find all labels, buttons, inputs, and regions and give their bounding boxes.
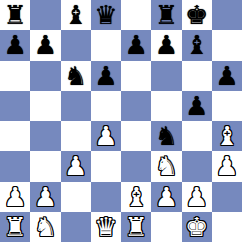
square-d4[interactable]: ♟ <box>91 121 121 151</box>
piece-black-king[interactable]: ♚ <box>185 2 208 28</box>
square-d3[interactable] <box>91 151 121 181</box>
square-h4[interactable]: ♝ <box>212 121 242 151</box>
square-f8[interactable]: ♜ <box>151 0 181 30</box>
square-c6[interactable]: ♞ <box>61 61 91 91</box>
square-b2[interactable]: ♟ <box>30 182 60 212</box>
square-g5[interactable]: ♟ <box>182 91 212 121</box>
square-g2[interactable]: ♟ <box>182 182 212 212</box>
square-e6[interactable] <box>121 61 151 91</box>
square-h7[interactable] <box>212 30 242 60</box>
piece-black-pawn[interactable]: ♟ <box>3 32 26 58</box>
piece-white-pawn[interactable]: ♟ <box>64 153 87 179</box>
piece-black-pawn[interactable]: ♟ <box>185 93 208 119</box>
square-c1[interactable] <box>61 212 91 242</box>
piece-black-pawn[interactable]: ♟ <box>94 63 117 89</box>
square-f3[interactable]: ♞ <box>151 151 181 181</box>
piece-black-rook[interactable]: ♜ <box>155 2 178 28</box>
piece-white-bishop[interactable]: ♝ <box>124 184 147 210</box>
square-f6[interactable] <box>151 61 181 91</box>
piece-white-queen[interactable]: ♛ <box>94 214 117 240</box>
square-a2[interactable]: ♟ <box>0 182 30 212</box>
square-a5[interactable] <box>0 91 30 121</box>
square-g7[interactable]: ♝ <box>182 30 212 60</box>
square-h5[interactable] <box>212 91 242 121</box>
piece-black-pawn[interactable]: ♟ <box>124 32 147 58</box>
square-e1[interactable]: ♜ <box>121 212 151 242</box>
square-a3[interactable] <box>0 151 30 181</box>
piece-white-king[interactable]: ♚ <box>185 214 208 240</box>
square-b1[interactable]: ♞ <box>30 212 60 242</box>
square-d7[interactable] <box>91 30 121 60</box>
piece-black-pawn[interactable]: ♟ <box>34 32 57 58</box>
square-f2[interactable]: ♟ <box>151 182 181 212</box>
square-f5[interactable] <box>151 91 181 121</box>
piece-black-bishop[interactable]: ♝ <box>185 32 208 58</box>
piece-white-bishop[interactable]: ♝ <box>215 123 238 149</box>
square-h3[interactable]: ♟ <box>212 151 242 181</box>
square-e2[interactable]: ♝ <box>121 182 151 212</box>
piece-white-pawn[interactable]: ♟ <box>155 184 178 210</box>
square-c8[interactable]: ♝ <box>61 0 91 30</box>
chess-board: ♜♝♛♜♚♟♟♟♟♝♞♟♟♟♟♞♝♟♞♟♟♟♝♟♟♜♞♛♜♚ <box>0 0 242 242</box>
square-c5[interactable] <box>61 91 91 121</box>
square-h1[interactable] <box>212 212 242 242</box>
piece-black-queen[interactable]: ♛ <box>94 2 117 28</box>
square-e7[interactable]: ♟ <box>121 30 151 60</box>
piece-white-pawn[interactable]: ♟ <box>215 153 238 179</box>
square-h6[interactable]: ♟ <box>212 61 242 91</box>
piece-black-rook[interactable]: ♜ <box>3 2 26 28</box>
piece-white-rook[interactable]: ♜ <box>3 214 26 240</box>
square-c7[interactable] <box>61 30 91 60</box>
square-d2[interactable] <box>91 182 121 212</box>
square-d8[interactable]: ♛ <box>91 0 121 30</box>
square-b8[interactable] <box>30 0 60 30</box>
square-d1[interactable]: ♛ <box>91 212 121 242</box>
square-g8[interactable]: ♚ <box>182 0 212 30</box>
square-b7[interactable]: ♟ <box>30 30 60 60</box>
square-g3[interactable] <box>182 151 212 181</box>
piece-black-pawn[interactable]: ♟ <box>215 63 238 89</box>
piece-white-pawn[interactable]: ♟ <box>34 184 57 210</box>
square-c4[interactable] <box>61 121 91 151</box>
square-c3[interactable]: ♟ <box>61 151 91 181</box>
piece-black-bishop[interactable]: ♝ <box>64 2 87 28</box>
piece-black-pawn[interactable]: ♟ <box>155 32 178 58</box>
square-b5[interactable] <box>30 91 60 121</box>
piece-white-rook[interactable]: ♜ <box>124 214 147 240</box>
square-e4[interactable] <box>121 121 151 151</box>
square-h2[interactable] <box>212 182 242 212</box>
square-c2[interactable] <box>61 182 91 212</box>
piece-black-knight[interactable]: ♞ <box>155 123 178 149</box>
piece-white-pawn[interactable]: ♟ <box>94 123 117 149</box>
square-a7[interactable]: ♟ <box>0 30 30 60</box>
piece-white-knight[interactable]: ♞ <box>155 153 178 179</box>
square-a4[interactable] <box>0 121 30 151</box>
square-h8[interactable] <box>212 0 242 30</box>
piece-black-knight[interactable]: ♞ <box>64 63 87 89</box>
piece-white-pawn[interactable]: ♟ <box>3 184 26 210</box>
square-a6[interactable] <box>0 61 30 91</box>
square-f4[interactable]: ♞ <box>151 121 181 151</box>
square-d5[interactable] <box>91 91 121 121</box>
square-e5[interactable] <box>121 91 151 121</box>
square-e8[interactable] <box>121 0 151 30</box>
square-g4[interactable] <box>182 121 212 151</box>
piece-white-pawn[interactable]: ♟ <box>185 184 208 210</box>
square-a1[interactable]: ♜ <box>0 212 30 242</box>
square-f1[interactable] <box>151 212 181 242</box>
piece-white-knight[interactable]: ♞ <box>34 214 57 240</box>
square-b4[interactable] <box>30 121 60 151</box>
square-e3[interactable] <box>121 151 151 181</box>
square-b6[interactable] <box>30 61 60 91</box>
square-g6[interactable] <box>182 61 212 91</box>
square-a8[interactable]: ♜ <box>0 0 30 30</box>
square-f7[interactable]: ♟ <box>151 30 181 60</box>
square-g1[interactable]: ♚ <box>182 212 212 242</box>
square-d6[interactable]: ♟ <box>91 61 121 91</box>
square-b3[interactable] <box>30 151 60 181</box>
